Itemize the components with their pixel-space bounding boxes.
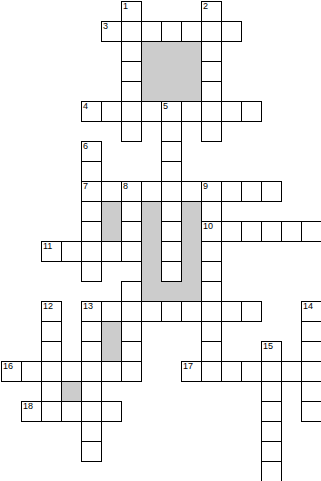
cell-r5-c9[interactable] — [181, 101, 202, 122]
cell-r15-c12[interactable] — [241, 301, 262, 322]
cell-r16-c10[interactable] — [201, 321, 222, 342]
cell-r13-c8[interactable] — [161, 261, 182, 282]
cell-r17-c15[interactable] — [301, 341, 321, 362]
cell-r20-c3[interactable] — [61, 401, 82, 422]
cell-r1-c11[interactable] — [221, 21, 242, 42]
cell-r1-c9[interactable] — [181, 21, 202, 42]
cell-r11-c8[interactable] — [161, 221, 182, 242]
cell-r23-c13[interactable] — [261, 461, 282, 481]
cell-r13-c10[interactable] — [201, 261, 222, 282]
clue-number: 7 — [83, 181, 88, 191]
cell-r12-c5[interactable] — [101, 241, 122, 262]
cell-r18-c3[interactable] — [61, 361, 82, 382]
shaded-region — [61, 381, 82, 402]
cell-r19-c2[interactable] — [41, 381, 62, 402]
cell-r14-c10[interactable] — [201, 281, 222, 302]
cell-r12-c8[interactable] — [161, 241, 182, 262]
clue-number: 4 — [83, 101, 88, 111]
shaded-region — [101, 321, 122, 362]
cell-r4-c10[interactable] — [201, 81, 222, 102]
cell-r15-c8[interactable] — [161, 301, 182, 322]
cell-r12-c2[interactable]: 11 — [41, 241, 62, 262]
cell-r19-c13[interactable] — [261, 381, 282, 402]
cell-r6-c6[interactable] — [121, 121, 142, 142]
cell-r11-c14[interactable] — [281, 221, 302, 242]
cell-r15-c5[interactable] — [101, 301, 122, 322]
cell-r10-c10[interactable] — [201, 201, 222, 222]
cell-r19-c15[interactable] — [301, 381, 321, 402]
cell-r8-c8[interactable] — [161, 161, 182, 182]
cell-r18-c9[interactable]: 17 — [181, 361, 202, 382]
cell-r18-c15[interactable] — [301, 361, 321, 382]
cell-r5-c6[interactable] — [121, 101, 142, 122]
cell-r5-c10[interactable] — [201, 101, 222, 122]
cell-r15-c6[interactable] — [121, 301, 142, 322]
cell-r6-c8[interactable] — [161, 121, 182, 142]
cell-r8-c4[interactable] — [81, 161, 102, 182]
cell-r9-c9[interactable] — [181, 181, 202, 202]
cell-r9-c6[interactable]: 8 — [121, 181, 142, 202]
cell-r16-c4[interactable] — [81, 321, 102, 342]
cell-r20-c13[interactable] — [261, 401, 282, 422]
cell-r3-c6[interactable] — [121, 61, 142, 82]
cell-r6-c10[interactable] — [201, 121, 222, 142]
cell-r11-c10[interactable]: 10 — [201, 221, 222, 242]
cell-r15-c10[interactable] — [201, 301, 222, 322]
cell-r5-c12[interactable] — [241, 101, 262, 122]
clue-number: 2 — [203, 1, 208, 11]
cell-r12-c6[interactable] — [121, 241, 142, 262]
crossword-board: 123456789101112131415161718 — [0, 0, 321, 481]
cell-r17-c10[interactable] — [201, 341, 222, 362]
shaded-region — [101, 201, 122, 242]
cell-r1-c8[interactable] — [161, 21, 182, 42]
clue-number: 13 — [83, 301, 93, 311]
cell-r16-c6[interactable] — [121, 321, 142, 342]
cell-r18-c11[interactable] — [221, 361, 242, 382]
clue-number: 15 — [263, 341, 273, 351]
cell-r20-c5[interactable] — [101, 401, 122, 422]
cell-r11-c4[interactable] — [81, 221, 102, 242]
cell-r1-c7[interactable] — [141, 21, 162, 42]
cell-r15-c7[interactable] — [141, 301, 162, 322]
cell-r20-c1[interactable]: 18 — [21, 401, 42, 422]
cell-r9-c11[interactable] — [221, 181, 242, 202]
cell-r17-c4[interactable] — [81, 341, 102, 362]
cell-r15-c4[interactable]: 13 — [81, 301, 102, 322]
cell-r5-c11[interactable] — [221, 101, 242, 122]
cell-r10-c8[interactable] — [161, 201, 182, 222]
clue-number: 8 — [123, 181, 128, 191]
cell-r13-c4[interactable] — [81, 261, 102, 282]
cell-r21-c4[interactable] — [81, 421, 102, 442]
cell-r18-c5[interactable] — [101, 361, 122, 382]
cell-r18-c0[interactable]: 16 — [1, 361, 22, 382]
clue-number: 16 — [3, 361, 13, 371]
cell-r0-c6[interactable]: 1 — [121, 1, 142, 22]
cell-r22-c4[interactable] — [81, 441, 102, 462]
cell-r5-c7[interactable] — [141, 101, 162, 122]
cell-r15-c9[interactable] — [181, 301, 202, 322]
cell-r18-c12[interactable] — [241, 361, 262, 382]
cell-r9-c8[interactable] — [161, 181, 182, 202]
shaded-region — [141, 41, 202, 102]
clue-number: 9 — [203, 181, 208, 191]
cell-r17-c2[interactable] — [41, 341, 62, 362]
cell-r9-c12[interactable] — [241, 181, 262, 202]
cell-r2-c10[interactable] — [201, 41, 222, 62]
cell-r21-c13[interactable] — [261, 421, 282, 442]
cell-r22-c13[interactable] — [261, 441, 282, 462]
cell-r18-c2[interactable] — [41, 361, 62, 382]
cell-r9-c13[interactable] — [261, 181, 282, 202]
cell-r10-c6[interactable] — [121, 201, 142, 222]
cell-r0-c10[interactable]: 2 — [201, 1, 222, 22]
cell-r16-c2[interactable] — [41, 321, 62, 342]
cell-r18-c4[interactable] — [81, 361, 102, 382]
clue-number: 3 — [103, 21, 108, 31]
cell-r15-c2[interactable]: 12 — [41, 301, 62, 322]
cell-r14-c6[interactable] — [121, 281, 142, 302]
cell-r20-c15[interactable] — [301, 401, 321, 422]
cell-r16-c15[interactable] — [301, 321, 321, 342]
cell-r11-c6[interactable] — [121, 221, 142, 242]
cell-r20-c2[interactable] — [41, 401, 62, 422]
cell-r11-c11[interactable] — [221, 221, 242, 242]
cell-r11-c12[interactable] — [241, 221, 262, 242]
cell-r12-c4[interactable] — [81, 241, 102, 262]
cell-r18-c6[interactable] — [121, 361, 142, 382]
cell-r5-c4[interactable]: 4 — [81, 101, 102, 122]
cell-r12-c10[interactable] — [201, 241, 222, 262]
cell-r19-c4[interactable] — [81, 381, 102, 402]
cell-r18-c10[interactable] — [201, 361, 222, 382]
clue-number: 1 — [123, 1, 128, 11]
cell-r9-c5[interactable] — [101, 181, 122, 202]
cell-r11-c13[interactable] — [261, 221, 282, 242]
cell-r7-c4[interactable]: 6 — [81, 141, 102, 162]
clue-number: 17 — [183, 361, 193, 371]
cell-r1-c6[interactable] — [121, 21, 142, 42]
cell-r11-c15[interactable] — [301, 221, 321, 242]
cell-r18-c13[interactable] — [261, 361, 282, 382]
cell-r9-c7[interactable] — [141, 181, 162, 202]
cell-r18-c14[interactable] — [281, 361, 302, 382]
clue-number: 12 — [43, 301, 53, 311]
cell-r18-c1[interactable] — [21, 361, 42, 382]
clue-number: 11 — [43, 241, 52, 251]
cell-r20-c4[interactable] — [81, 401, 102, 422]
cell-r17-c6[interactable] — [121, 341, 142, 362]
clue-number: 14 — [303, 301, 313, 311]
cell-r1-c5[interactable]: 3 — [101, 21, 122, 42]
clue-number: 10 — [203, 221, 213, 231]
crossword-puzzle: 123456789101112131415161718 — [0, 0, 321, 481]
cell-r3-c10[interactable] — [201, 61, 222, 82]
cell-r15-c11[interactable] — [221, 301, 242, 322]
cell-r12-c3[interactable] — [61, 241, 82, 262]
clue-number: 18 — [23, 401, 33, 411]
cell-r9-c10[interactable]: 9 — [201, 181, 222, 202]
clue-number: 6 — [83, 141, 88, 151]
cell-r1-c10[interactable] — [201, 21, 222, 42]
cell-r2-c6[interactable] — [121, 41, 142, 62]
cell-r15-c15[interactable]: 14 — [301, 301, 321, 322]
cell-r9-c4[interactable]: 7 — [81, 181, 102, 202]
cell-r17-c13[interactable]: 15 — [261, 341, 282, 362]
clue-number: 5 — [163, 101, 168, 111]
cell-r4-c6[interactable] — [121, 81, 142, 102]
cell-r5-c8[interactable]: 5 — [161, 101, 182, 122]
cell-r7-c8[interactable] — [161, 141, 182, 162]
cell-r5-c5[interactable] — [101, 101, 122, 122]
cell-r10-c4[interactable] — [81, 201, 102, 222]
